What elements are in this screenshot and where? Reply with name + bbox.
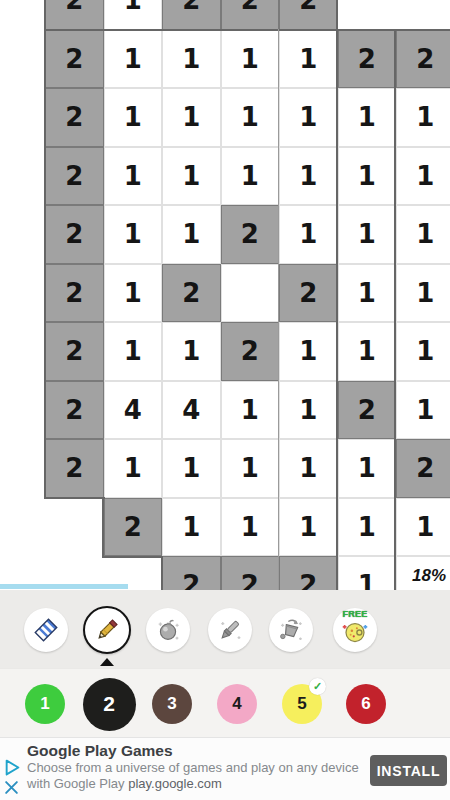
cell-r7c2[interactable]: 1: [104, 322, 163, 381]
cell-r4c6[interactable]: 1: [338, 147, 397, 206]
cell-r3c1[interactable]: 2: [45, 88, 104, 147]
pixel-grid: 2122221111222111111211111121121112122112…: [45, 0, 450, 590]
cell-r8c7[interactable]: 1: [396, 381, 450, 440]
ad-link: play.google.com: [128, 776, 222, 791]
bucket-icon: [277, 616, 305, 644]
cell-r3c2[interactable]: 1: [104, 88, 163, 147]
bottom-panel: FREE 12345✓6: [0, 590, 450, 737]
ad-description-line1: Choose from a universe of games and play…: [27, 760, 359, 775]
cell-r5c2[interactable]: 1: [104, 205, 163, 264]
cell-r6c2[interactable]: 1: [104, 264, 163, 323]
cell-r1c3[interactable]: 2: [162, 0, 221, 30]
cell-r2c5[interactable]: 1: [279, 30, 338, 89]
painting-canvas[interactable]: 2122221111222111111211111121121112122112…: [0, 0, 450, 590]
progress-bar: [0, 584, 128, 589]
cell-r1c2[interactable]: 1: [104, 0, 163, 30]
board-edge-step1-h: [44, 497, 105, 499]
board-edge-step1-v: [102, 497, 104, 558]
color-swatch-3[interactable]: 3: [152, 684, 192, 724]
board-edge-step2-h: [102, 556, 163, 558]
board-row1-divider: [44, 29, 450, 31]
cell-r6c6[interactable]: 1: [338, 264, 397, 323]
board-edge-top-right-v: [336, 0, 338, 30]
ad-title: Google Play Games: [27, 742, 173, 760]
cell-r2c1[interactable]: 2: [45, 30, 104, 89]
cell-r2c4[interactable]: 1: [221, 30, 280, 89]
cell-r7c3[interactable]: 1: [162, 322, 221, 381]
cell-r9c3[interactable]: 1: [162, 439, 221, 498]
color-swatch-1[interactable]: 1: [25, 684, 65, 724]
cell-r8c5[interactable]: 1: [279, 381, 338, 440]
cell-r1c4[interactable]: 2: [221, 0, 280, 30]
cell-r10c4[interactable]: 1: [221, 498, 280, 557]
cell-r10c3[interactable]: 1: [162, 498, 221, 557]
cell-r5c3[interactable]: 1: [162, 205, 221, 264]
bomb-tool-button[interactable]: [146, 608, 190, 652]
cell-r10c5[interactable]: 1: [279, 498, 338, 557]
cell-r3c5[interactable]: 1: [279, 88, 338, 147]
cell-r7c5[interactable]: 1: [279, 322, 338, 381]
cell-r10c1: [45, 498, 104, 557]
cell-r11c5[interactable]: 2: [279, 556, 338, 590]
cell-r5c7[interactable]: 1: [396, 205, 450, 264]
cell-r9c7[interactable]: 2: [396, 439, 450, 498]
bomb-icon: [154, 616, 182, 644]
ad-description-line2: with Google Play play.google.com: [27, 776, 222, 791]
cell-r6c4[interactable]: [221, 264, 280, 323]
cell-r1c5[interactable]: 2: [279, 0, 338, 30]
cell-r2c6[interactable]: 2: [338, 30, 397, 89]
cell-r9c5[interactable]: 1: [279, 439, 338, 498]
color-palette: 12345✓6: [0, 668, 450, 737]
board-col7-divider: [394, 29, 396, 590]
cell-r7c1[interactable]: 2: [45, 322, 104, 381]
pencil-icon: [93, 616, 121, 644]
color-complete-check-icon: ✓: [309, 678, 326, 695]
cell-r1c6: [338, 0, 397, 30]
cell-r7c7[interactable]: 1: [396, 322, 450, 381]
color-swatch-6[interactable]: 6: [346, 684, 386, 724]
cell-r3c3[interactable]: 1: [162, 88, 221, 147]
cell-r4c1[interactable]: 2: [45, 147, 104, 206]
selected-tool-pointer: [100, 658, 114, 666]
google-play-icon: [4, 759, 21, 780]
install-button[interactable]: INSTALL: [370, 755, 447, 786]
board-edge-left: [44, 0, 46, 499]
cell-r6c7[interactable]: 1: [396, 264, 450, 323]
tools-bar: FREE: [0, 590, 450, 668]
free-gift-cookie-icon: [340, 615, 370, 645]
free-badge-label: FREE: [333, 609, 377, 619]
color-swatch-5[interactable]: 5✓: [282, 684, 322, 724]
cell-r8c4[interactable]: 1: [221, 381, 280, 440]
cell-r10c6[interactable]: 1: [338, 498, 397, 557]
board-col6-divider: [336, 29, 338, 590]
cell-r10c2[interactable]: 2: [104, 498, 163, 557]
cell-r9c2[interactable]: 1: [104, 439, 163, 498]
cell-r4c3[interactable]: 1: [162, 147, 221, 206]
cell-r4c4[interactable]: 1: [221, 147, 280, 206]
cell-r9c1[interactable]: 2: [45, 439, 104, 498]
color-swatch-4[interactable]: 4: [217, 684, 257, 724]
ad-banner: Google Play Games Choose from a universe…: [0, 737, 450, 800]
cell-r6c5[interactable]: 2: [279, 264, 338, 323]
cell-r2c3[interactable]: 1: [162, 30, 221, 89]
cell-r11c4[interactable]: 2: [221, 556, 280, 590]
eraser-icon: [32, 616, 60, 644]
cell-r5c1[interactable]: 2: [45, 205, 104, 264]
brush-icon: [216, 616, 244, 644]
cell-r8c2[interactable]: 4: [104, 381, 163, 440]
brush-tool-button[interactable]: [208, 608, 252, 652]
cell-r5c5[interactable]: 1: [279, 205, 338, 264]
cell-r5c4[interactable]: 2: [221, 205, 280, 264]
cell-r8c6[interactable]: 2: [338, 381, 397, 440]
board-edge-step2-v: [161, 556, 163, 590]
cell-r6c1[interactable]: 2: [45, 264, 104, 323]
cell-r9c4[interactable]: 1: [221, 439, 280, 498]
cell-r10c7[interactable]: 1: [396, 498, 450, 557]
cell-r1c7: [396, 0, 450, 30]
cell-r4c7[interactable]: 1: [396, 147, 450, 206]
app-screen: 2122221111222111111211111121121112122112…: [0, 0, 450, 800]
cell-r8c3[interactable]: 4: [162, 381, 221, 440]
ad-close-icon[interactable]: [4, 780, 19, 799]
cell-r6c3[interactable]: 2: [162, 264, 221, 323]
cell-r3c7[interactable]: 1: [396, 88, 450, 147]
cell-r8c1[interactable]: 2: [45, 381, 104, 440]
bucket-tool-button[interactable]: [269, 608, 313, 652]
cell-r4c2[interactable]: 1: [104, 147, 163, 206]
free-gift-button[interactable]: FREE: [333, 608, 377, 652]
cell-r5c6[interactable]: 1: [338, 205, 397, 264]
cell-r2c2[interactable]: 1: [104, 30, 163, 89]
cell-r4c5[interactable]: 1: [279, 147, 338, 206]
progress-percent: 18%: [412, 566, 446, 586]
cell-r1c1[interactable]: 2: [45, 0, 104, 30]
cell-r7c6[interactable]: 1: [338, 322, 397, 381]
cell-r11c3[interactable]: 2: [162, 556, 221, 590]
cell-r9c6[interactable]: 1: [338, 439, 397, 498]
cell-r3c4[interactable]: 1: [221, 88, 280, 147]
board-col5-divider: [278, 29, 279, 590]
cell-r7c4[interactable]: 2: [221, 322, 280, 381]
pencil-tool-button[interactable]: [83, 606, 131, 654]
cell-r11c6[interactable]: 1: [338, 556, 397, 590]
color-swatch-2-selected[interactable]: 2: [83, 678, 136, 731]
cell-r2c7[interactable]: 2: [396, 30, 450, 89]
cell-r3c6[interactable]: 1: [338, 88, 397, 147]
eraser-tool-button[interactable]: [24, 608, 68, 652]
